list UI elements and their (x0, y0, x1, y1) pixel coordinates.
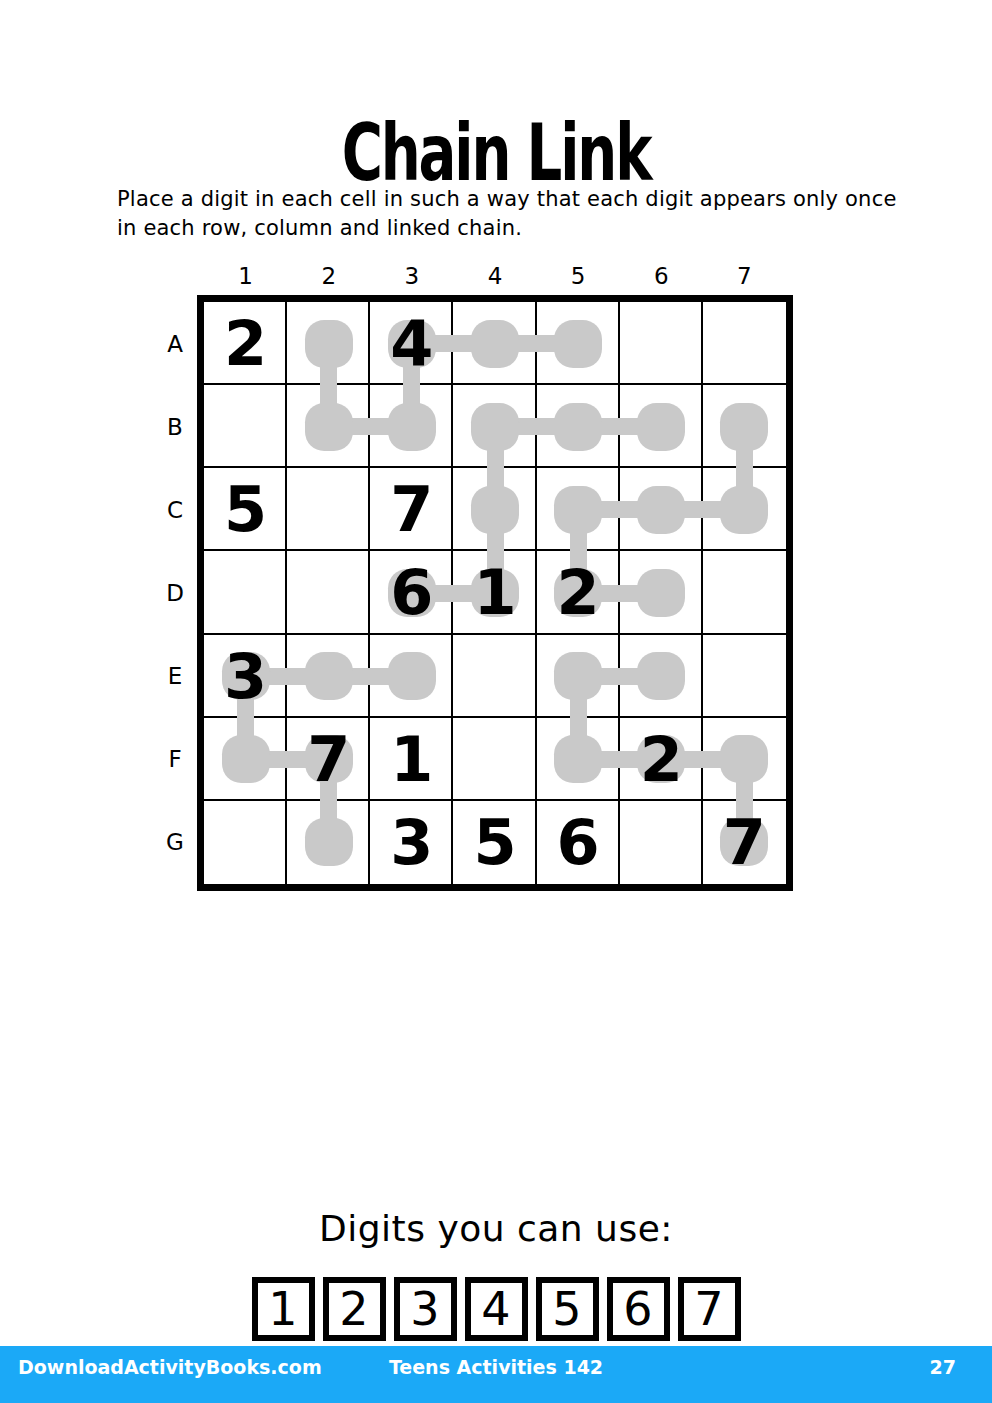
cell-F1[interactable] (204, 718, 287, 801)
cell-A2[interactable] (287, 302, 370, 385)
cell-A3 (370, 302, 453, 385)
cell-G3 (370, 801, 453, 884)
cell-F7[interactable] (703, 718, 786, 801)
cell-A5[interactable] (537, 302, 620, 385)
row-label-C: C (158, 468, 192, 551)
digit-legend: 1234567 (0, 1277, 992, 1341)
col-label-1: 1 (204, 263, 287, 291)
row-label-A: A (158, 302, 192, 385)
cell-B7[interactable] (703, 385, 786, 468)
cell-E2[interactable] (287, 635, 370, 718)
col-label-4: 4 (453, 263, 536, 291)
col-label-7: 7 (703, 263, 786, 291)
col-label-3: 3 (370, 263, 453, 291)
cell-B2[interactable] (287, 385, 370, 468)
cell-G1[interactable] (204, 801, 287, 884)
cell-E5[interactable] (537, 635, 620, 718)
legend-digit-4: 4 (465, 1277, 528, 1341)
legend-digit-5: 5 (536, 1277, 599, 1341)
col-label-6: 6 (620, 263, 703, 291)
cell-F2 (287, 718, 370, 801)
puzzle-page: Chain Link Place a digit in each cell in… (0, 0, 992, 1403)
cell-E1 (204, 635, 287, 718)
cell-E4[interactable] (453, 635, 536, 718)
cell-F6 (620, 718, 703, 801)
cell-A7[interactable] (703, 302, 786, 385)
instructions-text: Place a digit in each cell in such a way… (117, 185, 899, 243)
legend-digit-6: 6 (607, 1277, 670, 1341)
cell-C2[interactable] (287, 468, 370, 551)
cell-E3[interactable] (370, 635, 453, 718)
cell-C7[interactable] (703, 468, 786, 551)
cell-D5 (537, 551, 620, 634)
cell-E7[interactable] (703, 635, 786, 718)
cell-A6[interactable] (620, 302, 703, 385)
col-label-5: 5 (537, 263, 620, 291)
cell-E6[interactable] (620, 635, 703, 718)
puzzle-grid: 245761237123567 (197, 295, 793, 891)
cell-D7[interactable] (703, 551, 786, 634)
legend-digit-7: 7 (678, 1277, 741, 1341)
cell-G4 (453, 801, 536, 884)
cell-D4 (453, 551, 536, 634)
legend-digit-1: 1 (252, 1277, 315, 1341)
cell-B4[interactable] (453, 385, 536, 468)
cell-G7 (703, 801, 786, 884)
cell-B6[interactable] (620, 385, 703, 468)
row-label-B: B (158, 385, 192, 468)
cell-G6[interactable] (620, 801, 703, 884)
row-label-G: G (158, 801, 192, 884)
row-label-E: E (158, 635, 192, 718)
cell-A4[interactable] (453, 302, 536, 385)
column-labels: 1234567 (204, 263, 786, 291)
cell-B3[interactable] (370, 385, 453, 468)
cell-B5[interactable] (537, 385, 620, 468)
footer-book: Teens Activities 142 (0, 1356, 992, 1378)
cell-F3 (370, 718, 453, 801)
cell-C4[interactable] (453, 468, 536, 551)
cell-G5 (537, 801, 620, 884)
cell-C1 (204, 468, 287, 551)
digits-heading: Digits you can use: (0, 1208, 992, 1249)
row-label-F: F (158, 718, 192, 801)
cell-C3 (370, 468, 453, 551)
footer-page-number: 27 (930, 1356, 956, 1378)
cell-F5[interactable] (537, 718, 620, 801)
cells-layer (204, 302, 786, 884)
cell-C6[interactable] (620, 468, 703, 551)
cell-D1[interactable] (204, 551, 287, 634)
row-labels: ABCDEFG (158, 302, 192, 884)
row-label-D: D (158, 551, 192, 634)
col-label-2: 2 (287, 263, 370, 291)
cell-G2[interactable] (287, 801, 370, 884)
cell-D3 (370, 551, 453, 634)
cell-B1[interactable] (204, 385, 287, 468)
footer-bar: DownloadActivityBooks.com Teens Activiti… (0, 1346, 992, 1403)
cell-D6[interactable] (620, 551, 703, 634)
cell-A1 (204, 302, 287, 385)
legend-digit-2: 2 (323, 1277, 386, 1341)
cell-C5[interactable] (537, 468, 620, 551)
cell-D2[interactable] (287, 551, 370, 634)
cell-F4[interactable] (453, 718, 536, 801)
legend-digit-3: 3 (394, 1277, 457, 1341)
